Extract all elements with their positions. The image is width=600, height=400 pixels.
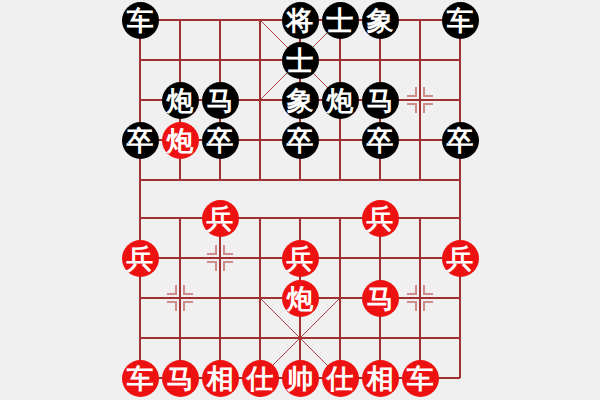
marker-corner bbox=[183, 301, 193, 311]
marker-corner bbox=[407, 87, 417, 97]
marker-corner bbox=[423, 103, 433, 113]
piece-red-elephant[interactable]: 相 bbox=[202, 360, 239, 397]
piece-black-soldier[interactable]: 卒 bbox=[202, 122, 239, 159]
piece-red-advisor[interactable]: 仕 bbox=[242, 360, 279, 397]
piece-red-advisor[interactable]: 仕 bbox=[322, 360, 359, 397]
piece-red-elephant[interactable]: 相 bbox=[362, 360, 399, 397]
piece-red-rook[interactable]: 车 bbox=[402, 360, 439, 397]
last-move-marker bbox=[407, 285, 433, 311]
piece-black-cannon[interactable]: 炮 bbox=[322, 82, 359, 119]
piece-red-soldier[interactable]: 兵 bbox=[282, 240, 319, 277]
piece-red-horse[interactable]: 马 bbox=[162, 360, 199, 397]
piece-black-advisor[interactable]: 士 bbox=[282, 42, 319, 79]
piece-black-horse[interactable]: 马 bbox=[202, 82, 239, 119]
piece-red-cannon[interactable]: 炮 bbox=[162, 122, 199, 159]
piece-black-horse[interactable]: 马 bbox=[362, 82, 399, 119]
piece-black-elephant[interactable]: 象 bbox=[362, 2, 399, 39]
piece-black-soldier[interactable]: 卒 bbox=[362, 122, 399, 159]
marker-corner bbox=[167, 285, 177, 295]
piece-red-horse[interactable]: 马 bbox=[362, 280, 399, 317]
marker-corner bbox=[423, 301, 433, 311]
piece-black-cannon[interactable]: 炮 bbox=[162, 82, 199, 119]
marker-corner bbox=[183, 285, 193, 295]
marker-corner bbox=[407, 103, 417, 113]
piece-red-soldier[interactable]: 兵 bbox=[202, 200, 239, 237]
piece-black-soldier[interactable]: 卒 bbox=[442, 122, 479, 159]
marker-corner bbox=[423, 87, 433, 97]
piece-red-soldier[interactable]: 兵 bbox=[362, 200, 399, 237]
xiangqi-board: 车将士象车士炮马象炮马卒炮卒卒卒卒兵兵兵兵兵炮马车马相仕帅仕相车 bbox=[0, 0, 600, 400]
marker-corner bbox=[223, 261, 233, 271]
piece-black-rook[interactable]: 车 bbox=[122, 2, 159, 39]
last-move-marker bbox=[167, 285, 193, 311]
marker-corner bbox=[407, 285, 417, 295]
piece-black-soldier[interactable]: 卒 bbox=[122, 122, 159, 159]
piece-black-elephant[interactable]: 象 bbox=[282, 82, 319, 119]
marker-corner bbox=[423, 285, 433, 295]
piece-red-king[interactable]: 帅 bbox=[282, 360, 319, 397]
marker-corner bbox=[407, 301, 417, 311]
marker-corner bbox=[207, 261, 217, 271]
piece-black-rook[interactable]: 车 bbox=[442, 2, 479, 39]
piece-black-soldier[interactable]: 卒 bbox=[282, 122, 319, 159]
marker-corner bbox=[167, 301, 177, 311]
piece-red-soldier[interactable]: 兵 bbox=[122, 240, 159, 277]
last-move-marker bbox=[407, 87, 433, 113]
piece-red-rook[interactable]: 车 bbox=[122, 360, 159, 397]
piece-black-advisor[interactable]: 士 bbox=[322, 2, 359, 39]
piece-red-soldier[interactable]: 兵 bbox=[442, 240, 479, 277]
marker-corner bbox=[223, 245, 233, 255]
piece-black-king[interactable]: 将 bbox=[282, 2, 319, 39]
marker-corner bbox=[207, 245, 217, 255]
last-move-marker bbox=[207, 245, 233, 271]
piece-red-cannon[interactable]: 炮 bbox=[282, 280, 319, 317]
